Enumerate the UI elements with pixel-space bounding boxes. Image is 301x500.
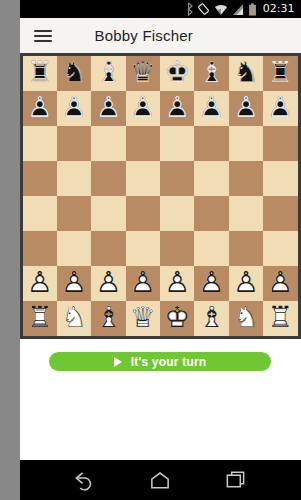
white-pawn-icon[interactable]: ♟♙ (91, 266, 125, 301)
white-bishop-icon[interactable]: ♝♗ (194, 301, 228, 336)
white-bishop-icon[interactable]: ♝♗ (91, 301, 125, 336)
back-icon[interactable] (73, 469, 96, 492)
square-a8[interactable]: ♜♖ (23, 56, 57, 91)
square-e8[interactable]: ♚♔ (160, 56, 194, 91)
square-a3[interactable] (23, 231, 57, 266)
square-e5[interactable] (160, 161, 194, 196)
black-pawn-icon[interactable]: ♟♙ (160, 91, 194, 126)
hamburger-menu-icon[interactable] (34, 30, 52, 42)
square-e6[interactable] (160, 126, 194, 161)
square-b5[interactable] (57, 161, 91, 196)
square-h7[interactable]: ♟♙ (263, 91, 297, 126)
square-b6[interactable] (57, 126, 91, 161)
square-g2[interactable]: ♟♙ (229, 266, 263, 301)
turn-button-label: It's your turn (131, 355, 207, 369)
square-d2[interactable]: ♟♙ (126, 266, 160, 301)
square-g8[interactable]: ♞♘ (229, 56, 263, 91)
square-d4[interactable] (126, 196, 160, 231)
square-b4[interactable] (57, 196, 91, 231)
square-a5[interactable] (23, 161, 57, 196)
android-nav-bar (20, 460, 301, 500)
square-b8[interactable]: ♞♘ (57, 56, 91, 91)
square-b7[interactable]: ♟♙ (57, 91, 91, 126)
square-a6[interactable] (23, 126, 57, 161)
status-bar: 02:31 (20, 0, 301, 18)
white-pawn-icon[interactable]: ♟♙ (229, 266, 263, 301)
square-d3[interactable] (126, 231, 160, 266)
play-icon (114, 357, 122, 367)
square-f7[interactable]: ♟♙ (194, 91, 228, 126)
square-g6[interactable] (229, 126, 263, 161)
white-pawn-icon[interactable]: ♟♙ (23, 266, 57, 301)
square-b2[interactable]: ♟♙ (57, 266, 91, 301)
square-e1[interactable]: ♚♔ (160, 301, 194, 336)
white-pawn-icon[interactable]: ♟♙ (263, 266, 297, 301)
square-d1[interactable]: ♛♕ (126, 301, 160, 336)
white-rook-icon[interactable]: ♜♖ (263, 301, 297, 336)
square-f8[interactable]: ♝♗ (194, 56, 228, 91)
black-pawn-icon[interactable]: ♟♙ (126, 91, 160, 126)
square-a2[interactable]: ♟♙ (23, 266, 57, 301)
home-icon[interactable] (148, 469, 172, 492)
square-c7[interactable]: ♟♙ (91, 91, 125, 126)
square-h5[interactable] (263, 161, 297, 196)
square-f6[interactable] (194, 126, 228, 161)
square-f2[interactable]: ♟♙ (194, 266, 228, 301)
square-g4[interactable] (229, 196, 263, 231)
square-a4[interactable] (23, 196, 57, 231)
black-pawn-icon[interactable]: ♟♙ (23, 91, 57, 126)
black-pawn-icon[interactable]: ♟♙ (194, 91, 228, 126)
black-bishop-icon[interactable]: ♝♗ (91, 56, 125, 91)
square-g5[interactable] (229, 161, 263, 196)
square-c4[interactable] (91, 196, 125, 231)
square-d8[interactable]: ♛♕ (126, 56, 160, 91)
square-f5[interactable] (194, 161, 228, 196)
square-c1[interactable]: ♝♗ (91, 301, 125, 336)
square-d7[interactable]: ♟♙ (126, 91, 160, 126)
square-f4[interactable] (194, 196, 228, 231)
recents-icon[interactable] (224, 469, 247, 492)
white-queen-icon[interactable]: ♛♕ (126, 301, 160, 336)
square-c8[interactable]: ♝♗ (91, 56, 125, 91)
white-pawn-icon[interactable]: ♟♙ (160, 266, 194, 301)
square-h4[interactable] (263, 196, 297, 231)
square-c5[interactable] (91, 161, 125, 196)
battery-icon (248, 3, 257, 16)
white-pawn-icon[interactable]: ♟♙ (57, 266, 91, 301)
opponent-name-title: Bobby Fischer (95, 27, 193, 44)
black-knight-icon[interactable]: ♞♘ (229, 56, 263, 91)
black-queen-icon[interactable]: ♛♕ (126, 56, 160, 91)
black-king-icon[interactable]: ♚♔ (160, 56, 194, 91)
white-knight-icon[interactable]: ♞♘ (57, 301, 91, 336)
square-d5[interactable] (126, 161, 160, 196)
square-h3[interactable] (263, 231, 297, 266)
square-a7[interactable]: ♟♙ (23, 91, 57, 126)
black-pawn-icon[interactable]: ♟♙ (263, 91, 297, 126)
wifi-icon (214, 3, 228, 16)
white-knight-icon[interactable]: ♞♘ (229, 301, 263, 336)
square-f1[interactable]: ♝♗ (194, 301, 228, 336)
square-b1[interactable]: ♞♘ (57, 301, 91, 336)
square-h1[interactable]: ♜♖ (263, 301, 297, 336)
black-rook-icon[interactable]: ♜♖ (23, 56, 57, 91)
bluetooth-icon (184, 2, 193, 16)
chess-board: ♜♖♞♘♝♗♛♕♚♔♝♗♞♘♜♖♟♙♟♙♟♙♟♙♟♙♟♙♟♙♟♙♟♙♟♙♟♙♟♙… (20, 53, 301, 339)
its-your-turn-button[interactable]: It's your turn (49, 352, 271, 371)
white-pawn-icon[interactable]: ♟♙ (126, 266, 160, 301)
white-king-icon[interactable]: ♚♔ (160, 301, 194, 336)
square-c3[interactable] (91, 231, 125, 266)
square-f3[interactable] (194, 231, 228, 266)
square-a1[interactable]: ♜♖ (23, 301, 57, 336)
square-h6[interactable] (263, 126, 297, 161)
square-e2[interactable]: ♟♙ (160, 266, 194, 301)
white-pawn-icon[interactable]: ♟♙ (194, 266, 228, 301)
phone-screen: 02:31 Bobby Fischer ♜♖♞♘♝♗♛♕♚♔♝♗♞♘♜♖♟♙♟♙… (20, 0, 301, 500)
status-clock: 02:31 (263, 0, 295, 18)
signal-icon (232, 3, 244, 16)
square-h2[interactable]: ♟♙ (263, 266, 297, 301)
white-rook-icon[interactable]: ♜♖ (23, 301, 57, 336)
square-d6[interactable] (126, 126, 160, 161)
app-bar: Bobby Fischer (20, 18, 301, 53)
black-rook-icon[interactable]: ♜♖ (263, 56, 297, 91)
square-c2[interactable]: ♟♙ (91, 266, 125, 301)
square-c6[interactable] (91, 126, 125, 161)
square-h8[interactable]: ♜♖ (263, 56, 297, 91)
square-e4[interactable] (160, 196, 194, 231)
black-bishop-icon[interactable]: ♝♗ (194, 56, 228, 91)
rotation-icon (197, 2, 210, 16)
square-e3[interactable] (160, 231, 194, 266)
square-b3[interactable] (57, 231, 91, 266)
black-knight-icon[interactable]: ♞♘ (57, 56, 91, 91)
black-pawn-icon[interactable]: ♟♙ (229, 91, 263, 126)
square-g1[interactable]: ♞♘ (229, 301, 263, 336)
black-pawn-icon[interactable]: ♟♙ (91, 91, 125, 126)
square-g3[interactable] (229, 231, 263, 266)
black-pawn-icon[interactable]: ♟♙ (57, 91, 91, 126)
square-g7[interactable]: ♟♙ (229, 91, 263, 126)
square-e7[interactable]: ♟♙ (160, 91, 194, 126)
